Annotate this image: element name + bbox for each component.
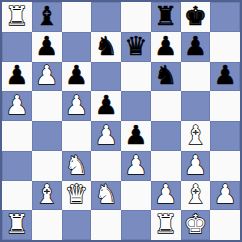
square-d2[interactable]: ♞ <box>91 181 121 211</box>
piece-black-knight-d7[interactable]: ♞ <box>94 33 117 59</box>
square-d4[interactable]: ♟ <box>91 121 121 151</box>
square-c4[interactable] <box>62 121 92 151</box>
square-h1[interactable] <box>210 210 240 240</box>
square-e2[interactable] <box>121 181 151 211</box>
square-e5[interactable] <box>121 91 151 121</box>
square-a3[interactable] <box>2 151 32 181</box>
piece-white-pawn-a5[interactable]: ♟ <box>5 92 28 118</box>
square-a6[interactable]: ♟ <box>2 62 32 92</box>
piece-black-king-g8[interactable]: ♚ <box>184 3 207 29</box>
square-h6[interactable]: ♟ <box>210 62 240 92</box>
square-d1[interactable] <box>91 210 121 240</box>
square-c1[interactable] <box>62 210 92 240</box>
piece-white-rook-f1[interactable]: ♜ <box>154 211 177 237</box>
piece-white-rook-a1[interactable]: ♜ <box>5 211 28 237</box>
square-d8[interactable] <box>91 2 121 32</box>
square-h2[interactable]: ♟ <box>210 181 240 211</box>
square-c5[interactable]: ♟ <box>62 91 92 121</box>
square-h8[interactable] <box>210 2 240 32</box>
square-g1[interactable]: ♚ <box>181 210 211 240</box>
piece-black-pawn-h6[interactable]: ♟ <box>213 62 236 88</box>
square-f3[interactable] <box>151 151 181 181</box>
piece-white-knight-d2[interactable]: ♞ <box>94 181 117 207</box>
piece-white-bishop-g4[interactable]: ♝ <box>184 122 207 148</box>
square-e6[interactable] <box>121 62 151 92</box>
square-h4[interactable] <box>210 121 240 151</box>
square-b4[interactable] <box>32 121 62 151</box>
square-a2[interactable] <box>2 181 32 211</box>
square-f4[interactable] <box>151 121 181 151</box>
piece-white-rook-a8[interactable]: ♜ <box>5 3 28 29</box>
chess-board: ♜♝♜♚♟♞♛♟♟♟♟♟♞♟♟♟♟♟♟♝♞♟♟♝♛♞♟♝♟♜♜♚ <box>0 0 242 242</box>
chess-board-container: ♜♝♜♚♟♞♛♟♟♟♟♟♞♟♟♟♟♟♟♝♞♟♟♝♛♞♟♝♟♜♜♚ <box>0 0 242 242</box>
square-e1[interactable] <box>121 210 151 240</box>
square-h7[interactable] <box>210 32 240 62</box>
square-g4[interactable]: ♝ <box>181 121 211 151</box>
piece-white-king-g1[interactable]: ♚ <box>184 211 207 237</box>
square-g2[interactable]: ♝ <box>181 181 211 211</box>
square-c8[interactable] <box>62 2 92 32</box>
square-e4[interactable]: ♟ <box>121 121 151 151</box>
piece-white-pawn-f2[interactable]: ♟ <box>154 181 177 207</box>
square-h5[interactable] <box>210 91 240 121</box>
piece-white-queen-c2[interactable]: ♛ <box>65 181 88 207</box>
square-c3[interactable]: ♞ <box>62 151 92 181</box>
square-d3[interactable] <box>91 151 121 181</box>
square-b8[interactable]: ♝ <box>32 2 62 32</box>
piece-white-bishop-b2[interactable]: ♝ <box>35 181 58 207</box>
square-a5[interactable]: ♟ <box>2 91 32 121</box>
square-a4[interactable] <box>2 121 32 151</box>
piece-black-pawn-b7[interactable]: ♟ <box>35 33 58 59</box>
square-e7[interactable]: ♛ <box>121 32 151 62</box>
square-f2[interactable]: ♟ <box>151 181 181 211</box>
square-e3[interactable]: ♟ <box>121 151 151 181</box>
piece-black-rook-f8[interactable]: ♜ <box>154 3 177 29</box>
square-a8[interactable]: ♜ <box>2 2 32 32</box>
square-d7[interactable]: ♞ <box>91 32 121 62</box>
piece-white-knight-c3[interactable]: ♞ <box>65 152 88 178</box>
piece-black-pawn-f7[interactable]: ♟ <box>154 33 177 59</box>
piece-white-pawn-h2[interactable]: ♟ <box>213 181 236 207</box>
square-g7[interactable]: ♟ <box>181 32 211 62</box>
square-c7[interactable] <box>62 32 92 62</box>
square-g5[interactable] <box>181 91 211 121</box>
square-f6[interactable]: ♞ <box>151 62 181 92</box>
square-c6[interactable]: ♟ <box>62 62 92 92</box>
piece-black-pawn-c6[interactable]: ♟ <box>65 62 88 88</box>
square-b7[interactable]: ♟ <box>32 32 62 62</box>
piece-black-bishop-b8[interactable]: ♝ <box>35 3 58 29</box>
piece-black-knight-f6[interactable]: ♞ <box>154 62 177 88</box>
piece-white-pawn-b6[interactable]: ♟ <box>35 62 58 88</box>
piece-white-pawn-c5[interactable]: ♟ <box>65 92 88 118</box>
piece-white-pawn-d4[interactable]: ♟ <box>94 122 117 148</box>
piece-black-pawn-d5[interactable]: ♟ <box>94 92 117 118</box>
square-f1[interactable]: ♜ <box>151 210 181 240</box>
piece-white-bishop-g2[interactable]: ♝ <box>184 181 207 207</box>
square-b3[interactable] <box>32 151 62 181</box>
square-e8[interactable] <box>121 2 151 32</box>
square-c2[interactable]: ♛ <box>62 181 92 211</box>
square-g6[interactable] <box>181 62 211 92</box>
square-f7[interactable]: ♟ <box>151 32 181 62</box>
piece-black-queen-e7[interactable]: ♛ <box>124 33 147 59</box>
piece-black-pawn-a6[interactable]: ♟ <box>5 62 28 88</box>
square-a7[interactable] <box>2 32 32 62</box>
square-d5[interactable]: ♟ <box>91 91 121 121</box>
square-f8[interactable]: ♜ <box>151 2 181 32</box>
square-g3[interactable]: ♟ <box>181 151 211 181</box>
square-b1[interactable] <box>32 210 62 240</box>
piece-black-pawn-e4[interactable]: ♟ <box>124 122 147 148</box>
square-b2[interactable]: ♝ <box>32 181 62 211</box>
square-f5[interactable] <box>151 91 181 121</box>
square-g8[interactable]: ♚ <box>181 2 211 32</box>
piece-black-pawn-g7[interactable]: ♟ <box>184 33 207 59</box>
square-h3[interactable] <box>210 151 240 181</box>
square-a1[interactable]: ♜ <box>2 210 32 240</box>
square-d6[interactable] <box>91 62 121 92</box>
piece-white-pawn-e3[interactable]: ♟ <box>124 152 147 178</box>
square-b5[interactable] <box>32 91 62 121</box>
piece-white-pawn-g3[interactable]: ♟ <box>184 152 207 178</box>
square-b6[interactable]: ♟ <box>32 62 62 92</box>
